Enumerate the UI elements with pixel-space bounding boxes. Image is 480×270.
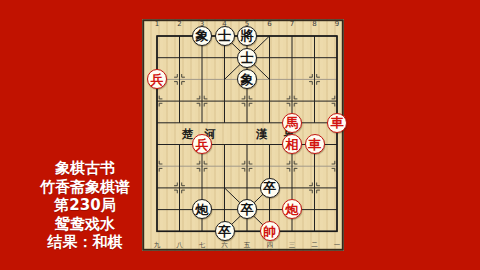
puzzle-name: 鸳鸯戏水 — [10, 215, 160, 234]
piece-black-elephant[interactable]: 象 — [237, 69, 257, 89]
file-coordinate-bottom: 二 — [309, 241, 321, 249]
piece-red-general[interactable]: 帥 — [260, 221, 280, 241]
piece-red-cannon[interactable]: 炮 — [282, 199, 302, 219]
piece-black-elephant[interactable]: 象 — [192, 26, 212, 46]
piece-black-advisor[interactable]: 士 — [237, 48, 257, 68]
piece-black-advisor[interactable]: 士 — [215, 26, 235, 46]
file-coordinate-bottom: 六 — [219, 241, 231, 249]
book-category: 象棋古书 — [10, 159, 160, 178]
file-coordinate-bottom: 一 — [331, 241, 343, 249]
file-coordinate-bottom: 九 — [151, 241, 163, 249]
piece-black-soldier[interactable]: 卒 — [215, 221, 235, 241]
xiangqi-board[interactable]: 楚河 漢界 123456789 九八七六五四三二一 象士將士象兵馬車兵相車卒炮卒… — [142, 19, 344, 251]
pieces-layer: 象士將士象兵馬車兵相車卒炮卒炮卒帥 — [146, 25, 349, 242]
piece-red-soldier[interactable]: 兵 — [192, 134, 212, 154]
puzzle-number: 第230局 — [10, 196, 160, 215]
file-coordinate-bottom: 四 — [264, 241, 276, 249]
puzzle-info-panel: 象棋古书 竹香斋象棋谱 第230局 鸳鸯戏水 结果：和棋 — [10, 159, 160, 252]
piece-black-general[interactable]: 將 — [237, 26, 257, 46]
piece-black-soldier[interactable]: 卒 — [260, 178, 280, 198]
piece-red-soldier[interactable]: 兵 — [147, 69, 167, 89]
app-background: 象棋古书 竹香斋象棋谱 第230局 鸳鸯戏水 结果：和棋 楚河 漢界 12345… — [0, 0, 480, 270]
book-title: 竹香斋象棋谱 — [10, 178, 160, 197]
piece-red-elephant[interactable]: 相 — [282, 134, 302, 154]
file-coordinate-bottom: 三 — [286, 241, 298, 249]
piece-black-cannon[interactable]: 炮 — [192, 199, 212, 219]
piece-red-horse[interactable]: 馬 — [282, 113, 302, 133]
file-coordinate-bottom: 八 — [174, 241, 186, 249]
file-coordinate-bottom: 七 — [196, 241, 208, 249]
puzzle-result: 结果：和棋 — [10, 233, 160, 252]
piece-red-chariot[interactable]: 車 — [327, 113, 347, 133]
piece-black-soldier[interactable]: 卒 — [237, 199, 257, 219]
piece-red-chariot[interactable]: 車 — [305, 134, 325, 154]
file-coordinate-bottom: 五 — [241, 241, 253, 249]
